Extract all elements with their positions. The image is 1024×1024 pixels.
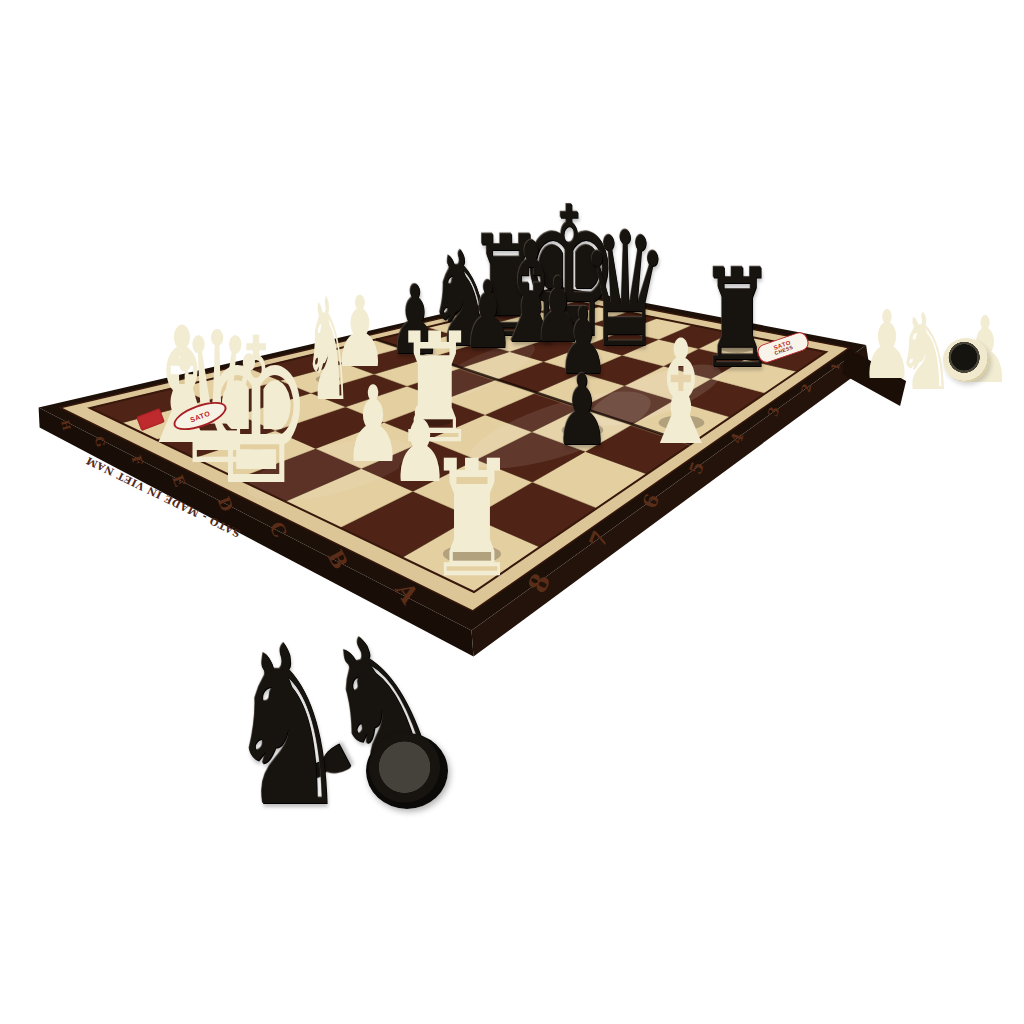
black-piece-base-disc	[366, 733, 448, 809]
white-rook-a8: ♜	[427, 440, 516, 601]
white-bishop-a4: ♝	[641, 321, 721, 466]
black-pawn-b5: ♟	[555, 362, 609, 460]
white-piece-base-disc	[943, 338, 989, 382]
chess-set-photo: ABCDEFGH87654321 ♚♜♝♛♞♟♟♟♜♟♟♟♟♞♞♜♝♝♟♛♟♚♟…	[0, 0, 1024, 1024]
black-knight-offboard-4: ♞	[227, 618, 349, 837]
